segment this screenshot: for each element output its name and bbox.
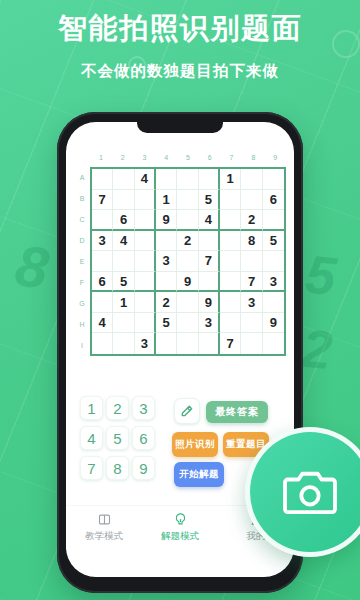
sudoku-cell-B5[interactable] [177, 190, 198, 211]
sudoku-cell-D6[interactable] [199, 231, 220, 252]
photo-recognize-button[interactable]: 照片识别 [172, 432, 218, 457]
tab-teach-mode[interactable]: 教学模式 [66, 506, 142, 550]
sudoku-cell-F6[interactable] [199, 272, 220, 293]
sudoku-cell-B7[interactable] [220, 190, 241, 211]
sudoku-cell-C9[interactable] [263, 210, 284, 231]
sudoku-board: 41715669423428537659731293453937 [90, 167, 286, 356]
numpad-button-9[interactable]: 9 [132, 456, 155, 480]
page-subtitle: 不会做的数独题目拍下来做 [0, 61, 360, 82]
row-label-A: A [77, 167, 87, 188]
sudoku-cell-I2[interactable] [113, 333, 134, 354]
sudoku-cell-C2[interactable]: 6 [113, 210, 134, 231]
tab-label: 解题模式 [161, 530, 199, 543]
sudoku-cell-H2[interactable] [113, 313, 134, 334]
page-title: 智能拍照识别题面 [0, 9, 360, 49]
sudoku-cell-H5[interactable] [177, 313, 198, 334]
numpad-button-7[interactable]: 7 [80, 456, 103, 480]
sudoku-cell-E8[interactable] [241, 251, 262, 272]
col-label-5: 5 [177, 153, 199, 163]
start-solve-button[interactable]: 开始解题 [174, 462, 224, 487]
watermark-number: 2 [299, 321, 335, 378]
sudoku-cell-B6[interactable]: 5 [199, 190, 220, 211]
sudoku-cell-H1[interactable]: 4 [92, 313, 113, 334]
row-label-C: C [77, 209, 87, 230]
sudoku-cell-B2[interactable] [113, 190, 134, 211]
pen-icon [180, 404, 194, 418]
sudoku-cell-D8[interactable]: 8 [241, 231, 262, 252]
sudoku-cell-G1[interactable] [92, 292, 113, 313]
sudoku-cell-I1[interactable] [92, 333, 113, 354]
sudoku-cell-C6[interactable]: 4 [199, 210, 220, 231]
sudoku-cell-C8[interactable]: 2 [241, 210, 262, 231]
numpad-button-5[interactable]: 5 [106, 426, 129, 450]
sudoku-cell-I6[interactable] [199, 333, 220, 354]
numpad-button-6[interactable]: 6 [132, 426, 155, 450]
sudoku-cell-F1[interactable]: 6 [92, 272, 113, 293]
sudoku-cell-B4[interactable]: 1 [156, 190, 177, 211]
row-label-E: E [77, 251, 87, 272]
promo-page: 852 智能拍照识别题面 不会做的数独题目拍下来做 123456789 ABCD… [0, 0, 360, 600]
sudoku-cell-G3[interactable] [135, 292, 156, 313]
sudoku-cell-H9[interactable]: 9 [263, 313, 284, 334]
row-label-B: B [77, 188, 87, 209]
sudoku-cell-A6[interactable] [199, 169, 220, 190]
sudoku-cell-B9[interactable]: 6 [263, 190, 284, 211]
col-label-1: 1 [90, 153, 112, 163]
row-label-D: D [77, 230, 87, 251]
row-label-H: H [77, 314, 87, 335]
sudoku-cell-E2[interactable] [113, 251, 134, 272]
phone-notch [137, 122, 223, 133]
sudoku-cell-F3[interactable] [135, 272, 156, 293]
sudoku-cell-A9[interactable] [263, 169, 284, 190]
sudoku-cell-I9[interactable] [263, 333, 284, 354]
board-col-labels: 123456789 [90, 153, 286, 163]
sudoku-cell-G8[interactable]: 3 [241, 292, 262, 313]
board-row-labels: ABCDEFGHI [77, 167, 87, 356]
row-label-G: G [77, 293, 87, 314]
pen-tool-button[interactable] [174, 398, 200, 424]
sudoku-cell-F9[interactable]: 3 [263, 272, 284, 293]
watermark-number: 8 [12, 236, 52, 298]
sudoku-cell-F4[interactable] [156, 272, 177, 293]
tab-solve-mode[interactable]: 解题模式 [142, 506, 218, 550]
camera-icon [281, 467, 339, 517]
sudoku-cell-C4[interactable]: 9 [156, 210, 177, 231]
sudoku-cell-D7[interactable] [220, 231, 241, 252]
sudoku-cell-F2[interactable]: 5 [113, 272, 134, 293]
col-label-9: 9 [264, 153, 286, 163]
sudoku-cell-I7[interactable]: 7 [220, 333, 241, 354]
numpad-button-8[interactable]: 8 [106, 456, 129, 480]
sudoku-cell-H8[interactable] [241, 313, 262, 334]
sudoku-cell-G9[interactable] [263, 292, 284, 313]
sudoku-cell-I8[interactable] [241, 333, 262, 354]
row-label-I: I [77, 335, 87, 356]
bulb-icon [173, 512, 188, 527]
sudoku-cell-G5[interactable] [177, 292, 198, 313]
sudoku-cell-C7[interactable] [220, 210, 241, 231]
sudoku-cell-A2[interactable] [113, 169, 134, 190]
col-label-2: 2 [112, 153, 134, 163]
sudoku-cell-B3[interactable] [135, 190, 156, 211]
sudoku-cell-E1[interactable] [92, 251, 113, 272]
sudoku-cell-H7[interactable] [220, 313, 241, 334]
row-label-F: F [77, 272, 87, 293]
sudoku-cell-D5[interactable]: 2 [177, 231, 198, 252]
watermark-number: 5 [303, 247, 339, 304]
sudoku-cell-I5[interactable] [177, 333, 198, 354]
sudoku-cell-F7[interactable] [220, 272, 241, 293]
numpad-button-4[interactable]: 4 [80, 426, 103, 450]
sudoku-cell-E7[interactable] [220, 251, 241, 272]
sudoku-cell-I4[interactable] [156, 333, 177, 354]
sudoku-cell-A3[interactable]: 4 [135, 169, 156, 190]
sudoku-cell-G7[interactable] [220, 292, 241, 313]
sudoku-cell-D1[interactable]: 3 [92, 231, 113, 252]
sudoku-cell-G4[interactable]: 2 [156, 292, 177, 313]
sudoku-cell-H4[interactable]: 5 [156, 313, 177, 334]
numpad: 123456789 [80, 396, 155, 480]
numpad-button-1[interactable]: 1 [80, 396, 103, 420]
sudoku-cell-E5[interactable] [177, 251, 198, 272]
book-icon [97, 512, 112, 527]
sudoku-cell-D2[interactable]: 4 [113, 231, 134, 252]
numpad-button-2[interactable]: 2 [106, 396, 129, 420]
sudoku-cell-I3[interactable]: 3 [135, 333, 156, 354]
sudoku-cell-E9[interactable] [263, 251, 284, 272]
final-answer-button[interactable]: 最终答案 [206, 401, 268, 423]
sudoku-cell-D3[interactable] [135, 231, 156, 252]
sudoku-cell-C1[interactable] [92, 210, 113, 231]
sudoku-cell-D9[interactable]: 5 [263, 231, 284, 252]
col-label-8: 8 [242, 153, 264, 163]
sudoku-cell-B8[interactable] [241, 190, 262, 211]
col-label-4: 4 [155, 153, 177, 163]
sudoku-cell-C5[interactable] [177, 210, 198, 231]
sudoku-cell-D4[interactable] [156, 231, 177, 252]
sudoku-cell-G2[interactable]: 1 [113, 292, 134, 313]
tab-label: 教学模式 [85, 530, 123, 543]
sudoku-cell-E3[interactable] [135, 251, 156, 272]
col-label-7: 7 [221, 153, 243, 163]
sudoku-cell-G6[interactable]: 9 [199, 292, 220, 313]
sudoku-cell-B1[interactable]: 7 [92, 190, 113, 211]
sudoku-cell-C3[interactable] [135, 210, 156, 231]
sudoku-cell-E4[interactable]: 3 [156, 251, 177, 272]
sudoku-cell-A1[interactable] [92, 169, 113, 190]
numpad-button-3[interactable]: 3 [132, 396, 155, 420]
sudoku-cell-F5[interactable]: 9 [177, 272, 198, 293]
sudoku-cell-F8[interactable]: 7 [241, 272, 262, 293]
sudoku-cell-A4[interactable] [156, 169, 177, 190]
col-label-3: 3 [134, 153, 156, 163]
sudoku-cell-A8[interactable] [241, 169, 262, 190]
sudoku-cell-H6[interactable]: 3 [199, 313, 220, 334]
sudoku-cell-A5[interactable] [177, 169, 198, 190]
sudoku-cell-H3[interactable] [135, 313, 156, 334]
sudoku-cell-A7[interactable]: 1 [220, 169, 241, 190]
sudoku-cell-E6[interactable]: 7 [199, 251, 220, 272]
col-label-6: 6 [199, 153, 221, 163]
